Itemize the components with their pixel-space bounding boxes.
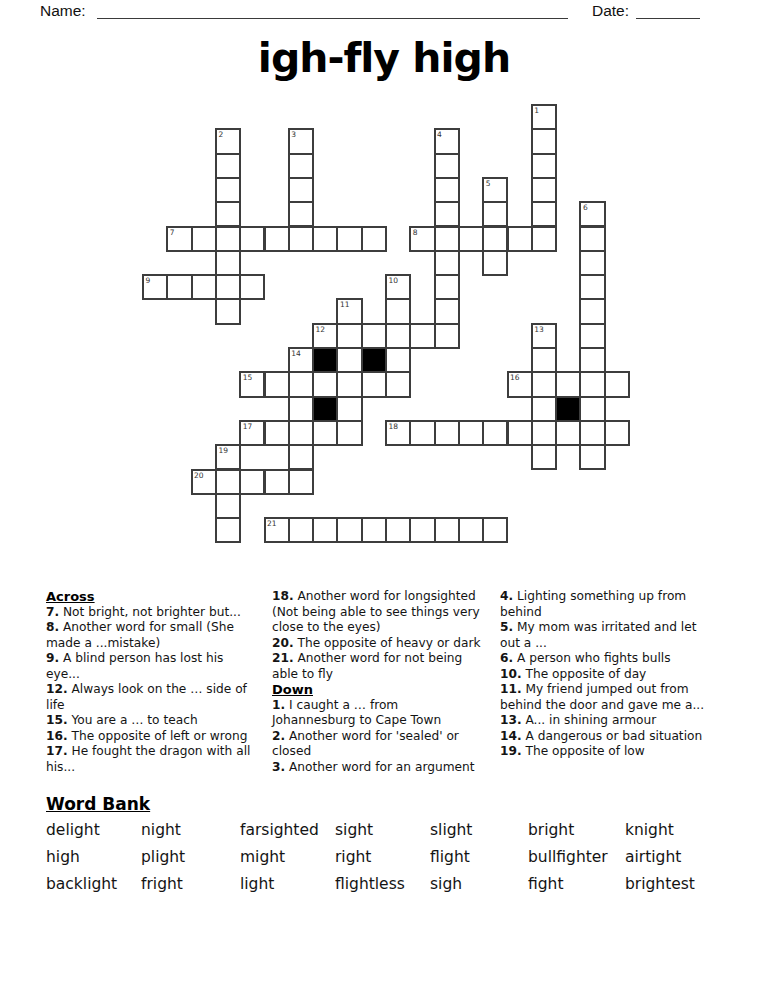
- grid-cell[interactable]: [531, 420, 557, 446]
- grid-cell[interactable]: [434, 250, 460, 276]
- clue-number-label: 19.: [500, 744, 522, 758]
- word-bank-word: high: [46, 844, 141, 871]
- word-bank-word: knight: [625, 817, 736, 844]
- grid-cell[interactable]: [166, 274, 192, 300]
- clue-across-21: 21. Another word for not being able to f…: [272, 651, 504, 682]
- grid-cell[interactable]: [215, 493, 241, 519]
- grid-cell[interactable]: [264, 469, 290, 495]
- clue-number: 2: [218, 131, 223, 139]
- clue-number: 9: [146, 277, 151, 285]
- clue-number-label: 12.: [46, 682, 68, 696]
- grid-cell[interactable]: [336, 347, 362, 373]
- clue-down-11: 11. My friend jumped out from behind the…: [500, 682, 744, 713]
- grid-cell[interactable]: [361, 517, 387, 543]
- grid-cell[interactable]: [239, 226, 265, 252]
- grid-cell[interactable]: [531, 226, 557, 252]
- grid-cell[interactable]: [288, 444, 314, 470]
- grid-cell[interactable]: [264, 371, 290, 397]
- clue-number: 1: [534, 107, 539, 115]
- grid-cell[interactable]: [385, 323, 411, 349]
- clue-column-3: 4. Lighting something up from behind5. M…: [500, 589, 744, 760]
- grid-cell[interactable]: [215, 177, 241, 203]
- word-bank-word: fright: [141, 871, 240, 898]
- word-bank-word: plight: [141, 844, 240, 871]
- grid-cell[interactable]: [336, 396, 362, 422]
- clue-number: 13: [534, 326, 544, 334]
- grid-cell[interactable]: [312, 420, 338, 446]
- clue-down-19: 19. The opposite of low: [500, 744, 744, 760]
- grid-cell[interactable]: [434, 274, 460, 300]
- grid-cell[interactable]: [215, 274, 241, 300]
- name-fill-in-line[interactable]: [97, 2, 568, 19]
- word-bank-word: airtight: [625, 844, 736, 871]
- clue-across-7: 7. Not bright, not brighter but...: [46, 605, 278, 621]
- grid-cell[interactable]: [409, 420, 435, 446]
- grid-cell[interactable]: [604, 371, 630, 397]
- grid-cell[interactable]: [482, 226, 508, 252]
- clue-number-label: 21.: [272, 651, 294, 665]
- grid-cell[interactable]: [312, 517, 338, 543]
- clue-number-label: 1.: [272, 698, 285, 712]
- grid-cell[interactable]: [579, 396, 605, 422]
- word-bank-word: sigh: [430, 871, 528, 898]
- grid-cell[interactable]: [409, 517, 435, 543]
- clue-number-label: 16.: [46, 729, 68, 743]
- clue-number: 18: [389, 423, 399, 431]
- clue-down-14: 14. A dangerous or bad situation: [500, 729, 744, 745]
- grid-cell[interactable]: [531, 177, 557, 203]
- grid-cell[interactable]: [215, 153, 241, 179]
- word-bank-word: slight: [430, 817, 528, 844]
- grid-cell[interactable]: [507, 420, 533, 446]
- clue-down-2: 2. Another word for 'sealed' or closed: [272, 729, 504, 760]
- clue-number-label: 15.: [46, 713, 68, 727]
- word-bank-word: night: [141, 817, 240, 844]
- clue-number-label: 13.: [500, 713, 522, 727]
- grid-cell[interactable]: [312, 371, 338, 397]
- blocked-cell: [555, 396, 581, 422]
- word-bank-word: light: [240, 871, 335, 898]
- grid-cell[interactable]: [336, 420, 362, 446]
- clue-number: 14: [291, 350, 301, 358]
- clue-across-16: 16. The opposite of left or wrong: [46, 729, 278, 745]
- grid-cell[interactable]: [458, 517, 484, 543]
- clue-number: 12: [316, 326, 326, 334]
- clue-number-label: 9.: [46, 651, 59, 665]
- clue-number-label: 14.: [500, 729, 522, 743]
- grid-cell[interactable]: [215, 517, 241, 543]
- grid-cell[interactable]: [531, 371, 557, 397]
- grid-cell[interactable]: [531, 347, 557, 373]
- grid-cell[interactable]: [336, 226, 362, 252]
- clue-number: 5: [486, 180, 491, 188]
- clue-number-label: 17.: [46, 744, 68, 758]
- grid-cell[interactable]: [579, 323, 605, 349]
- clue-number-label: 20.: [272, 636, 294, 650]
- clue-across-12: 12. Always look on the … side of life: [46, 682, 278, 713]
- grid-cell[interactable]: [288, 201, 314, 227]
- grid-cell[interactable]: [385, 298, 411, 324]
- clue-number: 6: [583, 204, 588, 212]
- word-bank-word: bullfighter: [528, 844, 625, 871]
- clue-across-17: 17. He fought the dragon with all his...: [46, 744, 278, 775]
- grid-cell[interactable]: [531, 396, 557, 422]
- grid-cell[interactable]: [288, 371, 314, 397]
- grid-cell[interactable]: [409, 323, 435, 349]
- grid-cell[interactable]: [579, 444, 605, 470]
- grid-cell[interactable]: [507, 226, 533, 252]
- grid-cell[interactable]: [288, 517, 314, 543]
- clue-across-15: 15. You are a … to teach: [46, 713, 278, 729]
- word-bank-word: farsighted: [240, 817, 335, 844]
- crossword-grid: 123456789101112131415161718192021: [142, 104, 629, 543]
- word-bank-word: brightest: [625, 871, 736, 898]
- clue-down-5: 5. My mom was irritated and let out a ..…: [500, 620, 744, 651]
- grid-cell[interactable]: [264, 420, 290, 446]
- grid-cell[interactable]: [385, 371, 411, 397]
- grid-cell[interactable]: [458, 226, 484, 252]
- clue-number: 10: [389, 277, 399, 285]
- grid-cell[interactable]: [385, 347, 411, 373]
- page-title: igh-fly high: [0, 34, 768, 82]
- grid-cell[interactable]: [215, 469, 241, 495]
- grid-cell[interactable]: [288, 469, 314, 495]
- clue-number: 21: [267, 520, 277, 528]
- clue-across-8: 8. Another word for small (She made a ..…: [46, 620, 278, 651]
- grid-cell[interactable]: [604, 420, 630, 446]
- clue-across-18: 18. Another word for longsighted (Not be…: [272, 589, 504, 636]
- grid-cell[interactable]: [191, 274, 217, 300]
- grid-cell[interactable]: [264, 226, 290, 252]
- clue-column-2: 18. Another word for longsighted (Not be…: [272, 589, 504, 775]
- grid-cell[interactable]: [482, 420, 508, 446]
- grid-cell[interactable]: [239, 274, 265, 300]
- word-bank-word: flightless: [335, 871, 430, 898]
- date-fill-in-line[interactable]: [636, 2, 700, 19]
- grid-cell[interactable]: [288, 226, 314, 252]
- grid-cell[interactable]: [579, 226, 605, 252]
- grid-cell[interactable]: [482, 201, 508, 227]
- word-bank-word: sight: [335, 817, 430, 844]
- crossword-worksheet: { "game": "crossword", "title": "igh-fly…: [0, 0, 768, 994]
- grid-cell[interactable]: [482, 517, 508, 543]
- clue-down-4: 4. Lighting something up from behind: [500, 589, 744, 620]
- grid-cell[interactable]: [458, 420, 484, 446]
- clue-number-label: 4.: [500, 589, 513, 603]
- grid-cell[interactable]: [215, 250, 241, 276]
- grid-cell[interactable]: [434, 517, 460, 543]
- grid-cell[interactable]: [434, 226, 460, 252]
- clue-down-3: 3. Another word for an argument: [272, 760, 504, 776]
- grid-cell[interactable]: [288, 420, 314, 446]
- grid-cell[interactable]: [191, 226, 217, 252]
- grid-cell[interactable]: [579, 371, 605, 397]
- grid-cell[interactable]: [531, 444, 557, 470]
- clue-number: 15: [243, 374, 253, 382]
- blocked-cell: [312, 396, 338, 422]
- grid-cell[interactable]: [336, 323, 362, 349]
- grid-cell[interactable]: [215, 201, 241, 227]
- grid-cell[interactable]: [579, 347, 605, 373]
- clue-number: 8: [413, 229, 418, 237]
- grid-cell[interactable]: [288, 177, 314, 203]
- word-bank-word: right: [335, 844, 430, 871]
- clue-down-13: 13. A... in shining armour: [500, 713, 744, 729]
- clue-number: 11: [340, 301, 350, 309]
- clue-number: 7: [170, 229, 175, 237]
- word-bank-word: might: [240, 844, 335, 871]
- clue-column-1: Across7. Not bright, not brighter but...…: [46, 589, 278, 775]
- clue-number-label: 2.: [272, 729, 285, 743]
- grid-cell[interactable]: [579, 274, 605, 300]
- grid-cell[interactable]: [361, 371, 387, 397]
- grid-cell[interactable]: [531, 153, 557, 179]
- clue-number: 20: [194, 472, 204, 480]
- across-clues-header: Across: [46, 589, 278, 605]
- clue-number-label: 6.: [500, 651, 513, 665]
- word-bank-grid: delightnightfarsightedsightslightbrightk…: [46, 817, 736, 898]
- grid-cell[interactable]: [215, 226, 241, 252]
- clue-number: 17: [243, 423, 253, 431]
- down-clues-header: Down: [272, 682, 504, 698]
- clue-number-label: 11.: [500, 682, 522, 696]
- clue-number-label: 7.: [46, 605, 59, 619]
- grid-cell[interactable]: [434, 201, 460, 227]
- word-bank-title: Word Bank: [46, 794, 150, 814]
- grid-cell[interactable]: [531, 201, 557, 227]
- grid-cell[interactable]: [312, 226, 338, 252]
- blocked-cell: [361, 347, 387, 373]
- word-bank-word: backlight: [46, 871, 141, 898]
- clue-number: 3: [291, 131, 296, 139]
- grid-cell[interactable]: [288, 396, 314, 422]
- grid-cell[interactable]: [361, 226, 387, 252]
- grid-cell[interactable]: [336, 517, 362, 543]
- grid-cell[interactable]: [239, 469, 265, 495]
- blocked-cell: [312, 347, 338, 373]
- word-bank-word: fight: [528, 871, 625, 898]
- grid-cell[interactable]: [555, 420, 581, 446]
- grid-cell[interactable]: [482, 250, 508, 276]
- grid-cell[interactable]: [555, 371, 581, 397]
- grid-cell[interactable]: [434, 323, 460, 349]
- clue-number: 16: [510, 374, 520, 382]
- clue-down-6: 6. A person who fights bulls: [500, 651, 744, 667]
- grid-cell[interactable]: [579, 298, 605, 324]
- grid-cell[interactable]: [434, 153, 460, 179]
- clue-number-label: 8.: [46, 620, 59, 634]
- clue-number-label: 10.: [500, 667, 522, 681]
- grid-cell[interactable]: [385, 517, 411, 543]
- clue-number-label: 5.: [500, 620, 513, 634]
- grid-cell[interactable]: [336, 371, 362, 397]
- grid-cell[interactable]: [579, 420, 605, 446]
- grid-cell[interactable]: [434, 177, 460, 203]
- grid-cell[interactable]: [288, 153, 314, 179]
- clue-across-20: 20. The opposite of heavy or dark: [272, 636, 504, 652]
- word-bank-word: bright: [528, 817, 625, 844]
- word-bank-word: flight: [430, 844, 528, 871]
- grid-cell[interactable]: [579, 250, 605, 276]
- grid-cell[interactable]: [361, 323, 387, 349]
- date-field-label: Date:: [592, 2, 629, 20]
- clue-number-label: 18.: [272, 589, 294, 603]
- clue-number: 19: [218, 447, 228, 455]
- word-bank-word: delight: [46, 817, 141, 844]
- grid-cell[interactable]: [531, 128, 557, 154]
- clue-number-label: 3.: [272, 760, 285, 774]
- clue-down-10: 10. The opposite of day: [500, 667, 744, 683]
- clue-number: 4: [437, 131, 442, 139]
- grid-cell[interactable]: [215, 298, 241, 324]
- grid-cell[interactable]: [434, 298, 460, 324]
- grid-cell[interactable]: [434, 420, 460, 446]
- name-field-label: Name:: [40, 2, 86, 20]
- clue-down-1: 1. I caught a … from Johannesburg to Cap…: [272, 698, 504, 729]
- clue-across-9: 9. A blind person has lost his eye...: [46, 651, 278, 682]
